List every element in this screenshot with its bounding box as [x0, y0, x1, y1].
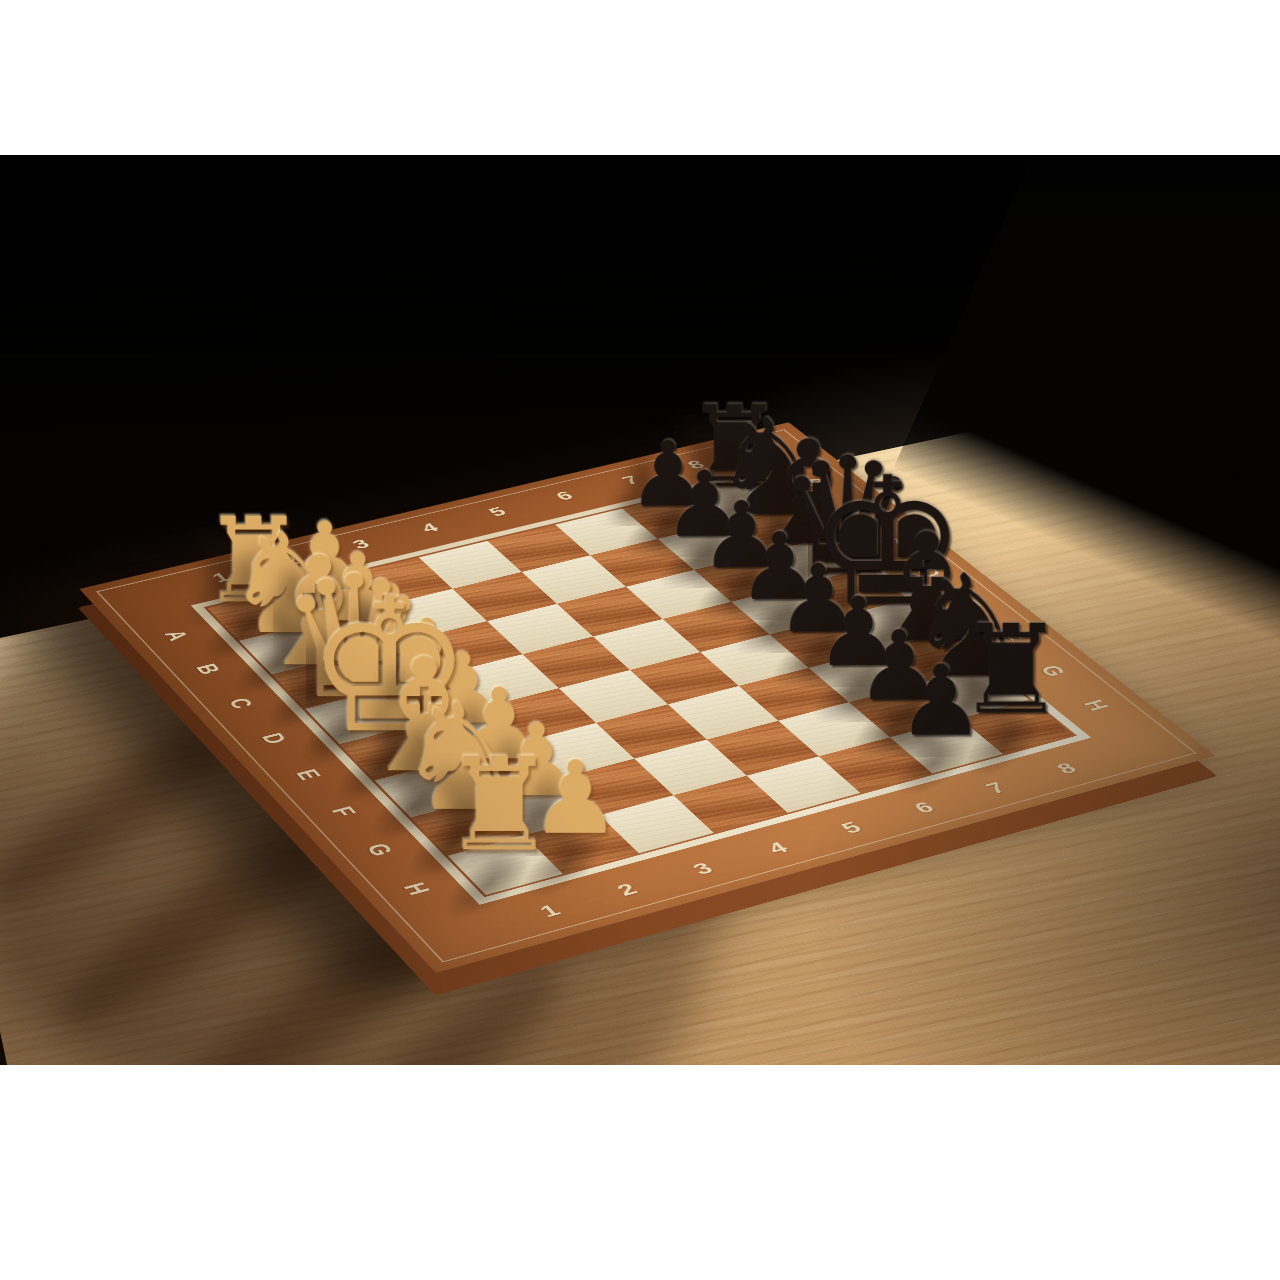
rank-label-right-2-text: 2: [613, 880, 643, 899]
file-label-top-b-text: B: [834, 504, 868, 518]
file-label-bottom-b-text: B: [190, 661, 226, 676]
file-label-bottom-e-text: E: [289, 767, 326, 783]
rank-label-right-7-text: 7: [982, 779, 1012, 797]
board-scene: AABBCCDDEEFFGGHH1122334455667788 ♜♞♝♛♚♝♞…: [0, 155, 1280, 1065]
rank-label-right-3-text: 3: [689, 860, 719, 879]
rank-label-left-8-text: 8: [684, 458, 710, 472]
black-pawn-glyph: ♟: [859, 654, 1024, 747]
rank-label-left-6-text: 6: [553, 489, 579, 503]
rank-label-right-4-text: 4: [764, 839, 794, 858]
rank-label-left-4-text: 4: [418, 521, 444, 536]
rank-label-right-1-text: 1: [536, 902, 566, 922]
rank-label-left-1-text: 1: [209, 570, 234, 585]
file-label-top-a-text: A: [797, 475, 831, 488]
file-label-bottom-d-text: D: [255, 731, 292, 747]
file-label-bottom-g-text: G: [360, 841, 400, 859]
white-rook-glyph: ♜: [414, 744, 586, 866]
rank-label-right-6-text: 6: [910, 799, 940, 817]
rank-label-left-5-text: 5: [486, 505, 512, 520]
rank-label-right-5-text: 5: [837, 819, 867, 838]
rank-label-left-7-text: 7: [619, 473, 645, 487]
file-label-top-c-text: C: [872, 535, 907, 549]
photo-area: AABBCCDDEEFFGGHH1122334455667788 ♜♞♝♛♚♝♞…: [0, 155, 1280, 1065]
file-label-bottom-a-text: A: [158, 628, 194, 643]
chess-board: AABBCCDDEEFFGGHH1122334455667788 ♜♞♝♛♚♝♞…: [79, 422, 1215, 973]
